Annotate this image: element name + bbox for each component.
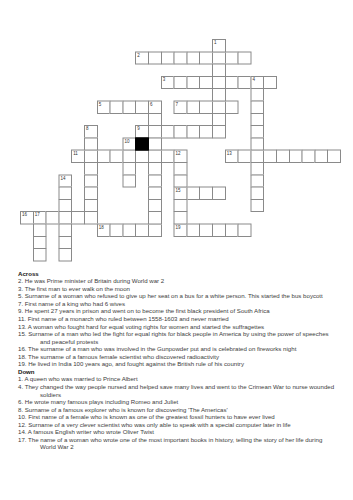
grid-cell[interactable]: 13 [225, 150, 239, 163]
grid-cell[interactable] [238, 224, 252, 237]
grid-cell[interactable] [174, 174, 188, 187]
grid-cell[interactable] [186, 76, 200, 89]
grid-cell[interactable] [225, 224, 239, 237]
across-clues: 2. He was Prime minister of Britain duri… [18, 278, 343, 369]
grid-cell[interactable] [84, 174, 98, 187]
clue-across-9: 9. He spent 27 years in prison and went … [18, 308, 343, 316]
clue-number-label: 13 [227, 151, 232, 156]
grid-cell[interactable] [263, 76, 277, 89]
grid-cell[interactable] [71, 211, 85, 224]
across-heading: Across [18, 270, 343, 278]
grid-cell[interactable] [289, 150, 303, 163]
clue-number-label: 7 [176, 102, 179, 107]
grid-cell[interactable] [186, 187, 200, 200]
grid-cell[interactable] [212, 113, 226, 126]
grid-cell[interactable] [263, 150, 277, 163]
clue-number-label: 18 [99, 225, 104, 230]
grid-cell[interactable] [122, 150, 136, 163]
grid-cell[interactable] [212, 76, 226, 89]
grid-cell[interactable] [212, 88, 226, 101]
grid-cell[interactable] [110, 150, 124, 163]
clue-down-8: 8. Surname of a famous explorer who is k… [18, 406, 343, 414]
clue-number-label: 8 [86, 126, 89, 131]
clue-across-16: 16. The surname of a man who was involve… [18, 345, 343, 353]
grid-cell[interactable] [58, 211, 72, 224]
grid-cell[interactable] [314, 150, 328, 163]
grid-cell[interactable] [148, 211, 162, 224]
clue-down-10: 10. First name of a female who is known … [18, 413, 343, 421]
grid-cell[interactable] [174, 76, 188, 89]
grid-cell[interactable] [135, 101, 149, 114]
grid-cell[interactable] [122, 162, 136, 175]
grid-cell[interactable] [238, 51, 252, 64]
grid-cell[interactable]: 5 [97, 101, 111, 114]
clue-number-label: 1 [214, 40, 217, 45]
clue-number-label: 10 [124, 138, 129, 143]
grid-cell[interactable] [33, 248, 47, 261]
clue-number-label: 4 [252, 77, 255, 82]
grid-cell[interactable]: 2 [135, 51, 149, 64]
grid-cell[interactable] [148, 174, 162, 187]
grid-cell[interactable]: 12 [174, 150, 188, 163]
grid-cell[interactable] [186, 51, 200, 64]
grid-cell[interactable]: 17 [33, 211, 47, 224]
grid-cell[interactable] [199, 125, 213, 138]
grid-cell[interactable]: 11 [71, 150, 85, 163]
clue-across-13: 13. A woman who fought hard for equal vo… [18, 323, 343, 331]
grid-cell[interactable] [186, 101, 200, 114]
grid-cell[interactable] [212, 224, 226, 237]
grid-cell[interactable] [212, 187, 226, 200]
clue-across-11: 11. First name of a monarch who ruled be… [18, 315, 343, 323]
grid-cell[interactable] [186, 125, 200, 138]
clue-across-19: 19. He lived in India 100 years ago, and… [18, 361, 343, 369]
clue-number-label: 17 [35, 212, 40, 217]
grid-cell[interactable] [148, 150, 162, 163]
grid-cell[interactable] [250, 113, 264, 126]
grid-cell[interactable]: 9 [135, 125, 149, 138]
grid-cell[interactable] [148, 113, 162, 126]
grid-cell[interactable] [250, 125, 264, 138]
grid-cell[interactable] [33, 224, 47, 237]
grid-cell[interactable] [58, 236, 72, 249]
clue-down-17: 17. The name of a woman who wrote one of… [18, 436, 343, 451]
grid-cell[interactable] [148, 125, 162, 138]
grid-cell[interactable]: 10 [122, 137, 136, 150]
grid-cell[interactable]: 15 [174, 187, 188, 200]
grid-cell[interactable] [135, 150, 149, 163]
clue-number-label: 11 [73, 151, 78, 156]
down-heading: Down [18, 368, 343, 376]
grid-cell[interactable] [302, 150, 316, 163]
clue-down-1: 1. A queen who was married to Prince Alb… [18, 376, 343, 384]
grid-cell[interactable] [250, 137, 264, 150]
grid-cell[interactable] [161, 150, 175, 163]
grid-cell[interactable] [327, 150, 341, 163]
grid-cell[interactable] [186, 224, 200, 237]
clue-number-label: 16 [22, 212, 27, 217]
clue-number-label: 3 [163, 77, 166, 82]
clue-down-14: 14. A famous English writer who wrote Ol… [18, 428, 343, 436]
grid-cell[interactable] [33, 236, 47, 249]
grid-cell[interactable] [174, 51, 188, 64]
grid-cell[interactable] [199, 224, 213, 237]
clue-number-label: 6 [150, 102, 153, 107]
grid-cell[interactable] [110, 101, 124, 114]
grid-cell[interactable]: 1 [212, 39, 226, 52]
grid-cell[interactable] [250, 174, 264, 187]
grid-cell[interactable] [212, 51, 226, 64]
grid-cell[interactable] [199, 51, 213, 64]
grid-cell[interactable] [148, 224, 162, 237]
grid-cell[interactable] [199, 101, 213, 114]
clue-number-label: 15 [176, 188, 181, 193]
clue-across-15: 15. Surname of a man who led the fight f… [18, 330, 343, 345]
clue-across-5: 5. Surname of a woman who refused to giv… [18, 293, 343, 301]
worksheet-page: 23456791112131516171819181014 Across 2. … [0, 0, 353, 500]
grid-cell[interactable] [84, 211, 98, 224]
grid-cell[interactable]: 16 [20, 211, 34, 224]
grid-cell[interactable] [238, 150, 252, 163]
grid-cell[interactable] [58, 187, 72, 200]
clue-number-label: 14 [60, 175, 65, 180]
grid-cell[interactable] [250, 150, 264, 163]
grid-cell[interactable] [250, 199, 264, 212]
grid-cell[interactable] [84, 187, 98, 200]
grid-cell[interactable]: 3 [161, 76, 175, 89]
grid-cell[interactable]: 18 [97, 224, 111, 237]
grid-cell[interactable] [97, 150, 111, 163]
grid-cell[interactable] [250, 101, 264, 114]
clue-number-label: 9 [137, 126, 140, 131]
clues-section: Across 2. He was Prime minister of Brita… [18, 270, 343, 451]
grid-cell[interactable] [148, 137, 162, 150]
grid-cell[interactable] [161, 125, 175, 138]
grid-cell[interactable] [148, 187, 162, 200]
clue-across-3: 3. The first man to ever walk on the moo… [18, 285, 343, 293]
grid-cell[interactable] [84, 150, 98, 163]
grid-cell[interactable] [58, 248, 72, 261]
clue-number-label: 2 [137, 52, 140, 57]
grid-cell[interactable] [122, 101, 136, 114]
grid-cell[interactable] [225, 51, 239, 64]
clue-number-label: 5 [99, 102, 102, 107]
clue-down-4: 4. They changed the way people nursed an… [18, 383, 343, 398]
grid-cell[interactable] [161, 51, 175, 64]
grid-cell[interactable] [148, 162, 162, 175]
grid-cell[interactable] [148, 51, 162, 64]
grid-cell[interactable] [250, 162, 264, 175]
clue-down-12: 12. Surname of a very clever scientist w… [18, 421, 343, 429]
grid-cell[interactable]: 14 [58, 174, 72, 187]
grid-cell[interactable]: 6 [148, 101, 162, 114]
grid-cell[interactable] [238, 76, 252, 89]
grid-cell[interactable] [199, 187, 213, 200]
grid-cell[interactable] [212, 64, 226, 77]
grid-cell[interactable] [84, 199, 98, 212]
grid-cell[interactable] [110, 224, 124, 237]
grid-cell[interactable] [225, 101, 239, 114]
grid-cell[interactable] [46, 211, 60, 224]
clue-across-2: 2. He was Prime minister of Britain duri… [18, 278, 343, 286]
grid-cell[interactable]: 8 [84, 125, 98, 138]
grid-cell[interactable] [250, 187, 264, 200]
black-cell [135, 137, 149, 150]
grid-cell[interactable] [122, 224, 136, 237]
grid-cell[interactable] [148, 199, 162, 212]
grid-cell[interactable] [174, 162, 188, 175]
grid-cell[interactable] [276, 150, 290, 163]
clue-across-7: 7. First name of a king who had 6 wives [18, 300, 343, 308]
clue-across-18: 18. The surname of a famous female scien… [18, 353, 343, 361]
clue-down-6: 6. He wrote many famous plays including … [18, 398, 343, 406]
grid-cell[interactable] [135, 224, 149, 237]
clue-number-label: 12 [176, 151, 181, 156]
grid-cell[interactable] [199, 76, 213, 89]
down-clues: 1. A queen who was married to Prince Alb… [18, 376, 343, 451]
grid-cell[interactable] [84, 137, 98, 150]
grid-cell[interactable] [174, 211, 188, 224]
grid-cell[interactable]: 4 [250, 76, 264, 89]
grid-cell[interactable]: 7 [174, 101, 188, 114]
grid-cell[interactable] [84, 162, 98, 175]
grid-cell[interactable] [212, 101, 226, 114]
grid-cell[interactable] [225, 76, 239, 89]
grid-cell[interactable] [250, 88, 264, 101]
grid-cell[interactable]: 19 [174, 224, 188, 237]
grid-cell[interactable] [174, 199, 188, 212]
clue-number-label: 19 [176, 225, 181, 230]
grid-cell[interactable] [58, 199, 72, 212]
grid-cell[interactable] [212, 125, 226, 138]
grid-cell[interactable] [58, 224, 72, 237]
grid-cell[interactable] [174, 125, 188, 138]
grid-cell[interactable] [122, 174, 136, 187]
